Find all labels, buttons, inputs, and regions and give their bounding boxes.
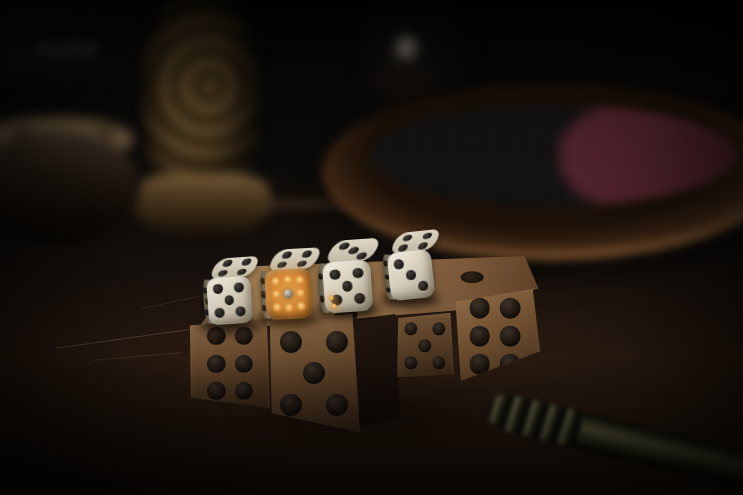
rod-shaft xyxy=(484,390,743,495)
metal-pip xyxy=(283,289,293,299)
pip xyxy=(213,284,223,294)
pip xyxy=(217,269,229,276)
pip xyxy=(224,295,234,305)
die-2[interactable] xyxy=(261,248,318,322)
pip xyxy=(235,306,245,316)
pip xyxy=(342,281,353,292)
pip xyxy=(405,270,416,281)
die-front-face xyxy=(386,249,436,301)
pip xyxy=(353,267,364,278)
pip xyxy=(354,293,365,304)
die-4[interactable] xyxy=(383,230,441,303)
pip xyxy=(296,288,306,298)
dice-table-photo xyxy=(0,0,743,495)
die-1[interactable] xyxy=(203,256,258,326)
pip xyxy=(240,259,252,266)
pip xyxy=(329,269,340,280)
pip xyxy=(417,242,429,250)
pip xyxy=(284,303,294,313)
pip xyxy=(356,252,369,260)
die-3[interactable] xyxy=(318,238,378,315)
pip xyxy=(281,251,294,259)
die-front-face xyxy=(264,268,313,320)
pip xyxy=(402,234,414,242)
die-front-face xyxy=(322,259,374,314)
amber-accent-pip xyxy=(331,304,337,310)
pip xyxy=(214,308,224,318)
pip xyxy=(393,259,404,270)
pip xyxy=(296,301,306,311)
pip xyxy=(236,268,248,275)
pip xyxy=(283,275,293,285)
pip xyxy=(301,250,314,258)
pip xyxy=(272,302,282,312)
pip xyxy=(276,261,289,269)
pip xyxy=(234,283,244,293)
pip xyxy=(296,260,309,268)
pip xyxy=(271,277,281,287)
pip xyxy=(221,260,233,267)
rod-ribbed-grip xyxy=(484,390,585,447)
die-front-face xyxy=(206,275,253,325)
pip xyxy=(295,275,305,285)
brass-rod xyxy=(470,368,743,495)
pip xyxy=(271,290,281,300)
pip xyxy=(418,280,429,291)
pip xyxy=(421,232,433,240)
